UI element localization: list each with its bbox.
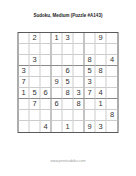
cell-r4c4: [52, 66, 63, 77]
cell-r2c4: [52, 44, 63, 55]
cell-r1c1: [19, 33, 30, 44]
cell-r3c9: 4: [107, 55, 118, 66]
cell-r7c5: [63, 99, 74, 110]
cell-r3c2: 3: [30, 55, 41, 66]
cell-r3c8: [96, 55, 107, 66]
cell-r5c8: [96, 77, 107, 88]
cell-r7c6: 8: [74, 99, 85, 110]
cell-r8c5: [63, 110, 74, 121]
cell-r5c2: [30, 77, 41, 88]
cell-r2c2: [30, 44, 41, 55]
cell-r2c5: [63, 44, 74, 55]
cell-r6c6: 3: [74, 88, 85, 99]
cell-r9c9: [107, 121, 118, 132]
cell-r7c3: [41, 99, 52, 110]
sudoku-board: 2139384365879531568374768184193: [18, 32, 119, 133]
puzzle-title: Sudoku, Medium (Puzzle #A143): [34, 13, 103, 18]
cell-r3c4: [52, 55, 63, 66]
cell-r9c6: [74, 121, 85, 132]
cell-r7c8: 1: [96, 99, 107, 110]
cell-r6c5: 8: [63, 88, 74, 99]
cell-r6c9: [107, 88, 118, 99]
cell-r9c2: [30, 121, 41, 132]
cell-r3c3: [41, 55, 52, 66]
cell-r5c4: 9: [52, 77, 63, 88]
cell-r2c7: [85, 44, 96, 55]
cell-r8c3: [41, 110, 52, 121]
cell-r1c6: [74, 33, 85, 44]
cell-r2c6: [74, 44, 85, 55]
cell-r6c4: [52, 88, 63, 99]
cell-r2c9: [107, 44, 118, 55]
cell-r4c7: 5: [85, 66, 96, 77]
cell-r3c5: [63, 55, 74, 66]
cell-r6c3: 6: [41, 88, 52, 99]
cell-r4c8: 8: [96, 66, 107, 77]
cell-r1c7: [85, 33, 96, 44]
cell-r6c1: 1: [19, 88, 30, 99]
cell-r2c1: [19, 44, 30, 55]
cell-r9c3: 4: [41, 121, 52, 132]
cell-r9c7: 9: [85, 121, 96, 132]
cell-r4c1: 3: [19, 66, 30, 77]
cell-r2c3: [41, 44, 52, 55]
cell-r8c2: [30, 110, 41, 121]
cell-r6c2: 5: [30, 88, 41, 99]
cell-r3c6: [74, 55, 85, 66]
cell-r2c8: [96, 44, 107, 55]
cell-r8c6: [74, 110, 85, 121]
cell-r1c8: 9: [96, 33, 107, 44]
cell-r4c5: 6: [63, 66, 74, 77]
cell-r1c9: [107, 33, 118, 44]
cell-r9c8: 3: [96, 121, 107, 132]
cell-r6c8: 4: [96, 88, 107, 99]
cell-r5c7: 3: [85, 77, 96, 88]
cell-r7c1: [19, 99, 30, 110]
cell-r9c4: [52, 121, 63, 132]
cell-r3c1: [19, 55, 30, 66]
cell-r3c7: 8: [85, 55, 96, 66]
cell-r5c5: 5: [63, 77, 74, 88]
cell-r9c1: [19, 121, 30, 132]
cell-r7c4: 6: [52, 99, 63, 110]
cell-r5c6: [74, 77, 85, 88]
cell-r4c6: [74, 66, 85, 77]
cell-r8c7: [85, 110, 96, 121]
cell-r5c1: 7: [19, 77, 30, 88]
cell-r7c2: 7: [30, 99, 41, 110]
cell-r1c2: 2: [30, 33, 41, 44]
sudoku-page: Sudoku, Medium (Puzzle #A143) 2139384365…: [0, 0, 136, 176]
cell-r5c3: [41, 77, 52, 88]
cell-r6c7: 7: [85, 88, 96, 99]
footer-url: www.printsudoku.com: [50, 159, 85, 163]
cell-r1c4: 1: [52, 33, 63, 44]
cell-r4c2: [30, 66, 41, 77]
cell-r8c8: [96, 110, 107, 121]
cell-r4c9: [107, 66, 118, 77]
cell-r8c9: 8: [107, 110, 118, 121]
cell-r4c3: [41, 66, 52, 77]
cell-r9c5: 1: [63, 121, 74, 132]
cell-r5c9: [107, 77, 118, 88]
cell-r7c9: [107, 99, 118, 110]
cell-r7c7: [85, 99, 96, 110]
cell-r1c5: 3: [63, 33, 74, 44]
cell-r8c1: [19, 110, 30, 121]
cell-r1c3: [41, 33, 52, 44]
cell-r8c4: [52, 110, 63, 121]
